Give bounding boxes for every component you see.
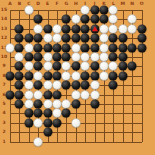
white-stone <box>109 62 118 71</box>
black-stone <box>90 6 99 15</box>
black-stone <box>118 71 127 80</box>
column-label: H <box>74 1 78 6</box>
white-stone <box>15 53 24 62</box>
black-stone <box>118 43 127 52</box>
black-stone <box>34 109 43 118</box>
row-label: 12 <box>1 36 7 41</box>
column-label: M <box>121 1 125 6</box>
black-stone <box>118 62 127 71</box>
black-stone <box>15 81 24 90</box>
white-stone <box>71 43 80 52</box>
black-stone <box>62 43 71 52</box>
black-stone <box>109 34 118 43</box>
black-stone <box>109 43 118 52</box>
black-stone <box>81 24 90 33</box>
black-stone <box>24 71 33 80</box>
black-stone <box>34 15 43 24</box>
white-stone <box>62 71 71 80</box>
white-stone <box>53 24 62 33</box>
black-stone <box>34 81 43 90</box>
black-stone <box>53 71 62 80</box>
black-stone <box>90 100 99 109</box>
white-stone <box>24 6 33 15</box>
black-stone <box>137 43 146 52</box>
black-stone <box>6 90 15 99</box>
black-stone <box>71 62 80 71</box>
black-stone <box>71 34 80 43</box>
black-stone <box>137 24 146 33</box>
column-label: B <box>18 1 21 6</box>
white-stone <box>24 100 33 109</box>
black-stone <box>71 100 80 109</box>
black-stone <box>62 109 71 118</box>
black-stone <box>109 71 118 80</box>
black-stone <box>137 34 146 43</box>
white-stone <box>100 34 109 43</box>
black-stone <box>90 15 99 24</box>
column-label: E <box>46 1 49 6</box>
white-stone <box>109 15 118 24</box>
black-stone <box>15 71 24 80</box>
black-stone <box>53 90 62 99</box>
white-stone <box>100 53 109 62</box>
white-stone <box>109 24 118 33</box>
white-stone <box>53 100 62 109</box>
white-stone <box>24 43 33 52</box>
black-stone <box>90 34 99 43</box>
white-stone <box>71 53 80 62</box>
black-stone <box>71 81 80 90</box>
black-stone <box>15 90 24 99</box>
last-move-triangle-marker <box>92 26 98 31</box>
black-stone <box>53 118 62 127</box>
black-stone <box>34 62 43 71</box>
white-stone <box>128 24 137 33</box>
white-stone <box>100 62 109 71</box>
black-stone <box>6 71 15 80</box>
black-stone <box>100 6 109 15</box>
white-stone <box>43 100 52 109</box>
white-stone <box>71 90 80 99</box>
white-stone <box>34 71 43 80</box>
white-stone <box>43 62 52 71</box>
white-stone <box>43 81 52 90</box>
grid-horizontal-line <box>10 142 142 143</box>
column-label: G <box>65 1 69 6</box>
black-stone <box>62 15 71 24</box>
white-stone <box>71 15 80 24</box>
black-stone <box>62 53 71 62</box>
black-stone <box>90 71 99 80</box>
white-stone <box>71 118 80 127</box>
black-stone <box>15 34 24 43</box>
white-stone <box>118 24 127 33</box>
white-stone <box>24 62 33 71</box>
column-label: N <box>130 1 134 6</box>
white-stone <box>6 43 15 52</box>
row-label: 3 <box>2 121 5 126</box>
black-stone <box>43 109 52 118</box>
black-stone <box>100 15 109 24</box>
white-stone <box>90 53 99 62</box>
black-stone <box>118 53 127 62</box>
grid-horizontal-line <box>10 132 142 133</box>
white-stone <box>81 6 90 15</box>
white-stone <box>34 137 43 146</box>
black-stone <box>53 62 62 71</box>
black-stone <box>62 81 71 90</box>
black-stone <box>71 24 80 33</box>
black-stone <box>109 53 118 62</box>
column-label: O <box>140 1 144 6</box>
black-stone <box>62 34 71 43</box>
black-stone <box>109 81 118 90</box>
black-stone <box>53 53 62 62</box>
black-stone <box>34 43 43 52</box>
row-label: 10 <box>1 55 7 60</box>
black-stone <box>24 34 33 43</box>
white-stone <box>71 71 80 80</box>
black-stone <box>81 15 90 24</box>
row-label: 15 <box>1 8 7 13</box>
black-stone <box>24 118 33 127</box>
black-stone <box>53 43 62 52</box>
column-label: D <box>36 1 40 6</box>
black-stone <box>34 100 43 109</box>
black-stone <box>128 62 137 71</box>
white-stone <box>62 100 71 109</box>
black-stone <box>62 24 71 33</box>
row-label: 4 <box>2 111 5 116</box>
row-label: 13 <box>1 27 7 32</box>
black-stone <box>43 118 52 127</box>
white-stone <box>128 15 137 24</box>
black-stone <box>81 71 90 80</box>
white-stone <box>34 90 43 99</box>
black-stone <box>43 128 52 137</box>
white-stone <box>90 90 99 99</box>
row-label: 5 <box>2 102 5 107</box>
black-stone <box>118 34 127 43</box>
black-stone <box>15 24 24 33</box>
black-stone <box>34 53 43 62</box>
white-stone <box>109 6 118 15</box>
black-stone <box>34 34 43 43</box>
white-stone <box>34 118 43 127</box>
white-stone <box>62 62 71 71</box>
black-stone <box>90 43 99 52</box>
white-stone <box>100 71 109 80</box>
black-stone <box>81 81 90 90</box>
row-label: 14 <box>1 17 7 22</box>
black-stone <box>43 71 52 80</box>
white-stone <box>100 43 109 52</box>
go-board[interactable]: A15B14C13D12E11F10G9H8I7J6K5L4M3N2O1 <box>0 0 155 155</box>
white-stone <box>53 34 62 43</box>
row-label: 2 <box>2 130 5 135</box>
black-stone <box>81 43 90 52</box>
row-label: 9 <box>2 64 5 69</box>
row-label: 1 <box>2 139 5 144</box>
white-stone <box>53 81 62 90</box>
white-stone <box>34 24 43 33</box>
black-stone <box>43 24 52 33</box>
go-board-screenshot: A15B14C13D12E11F10G9H8I7J6K5L4M3N2O1 <box>0 0 155 155</box>
white-stone <box>100 24 109 33</box>
black-stone <box>15 62 24 71</box>
black-stone <box>90 62 99 71</box>
black-stone <box>128 43 137 52</box>
white-stone <box>24 81 33 90</box>
white-stone <box>24 90 33 99</box>
white-stone <box>81 62 90 71</box>
black-stone <box>81 34 90 43</box>
black-stone <box>24 109 33 118</box>
white-stone <box>53 109 62 118</box>
black-stone <box>43 90 52 99</box>
white-stone <box>43 53 52 62</box>
black-stone <box>43 43 52 52</box>
white-stone <box>81 90 90 99</box>
white-stone <box>43 34 52 43</box>
black-stone <box>15 100 24 109</box>
black-stone <box>24 53 33 62</box>
white-stone <box>81 53 90 62</box>
black-stone <box>15 43 24 52</box>
column-label: A <box>8 1 11 6</box>
column-label: F <box>55 1 58 6</box>
white-stone <box>90 81 99 90</box>
row-label: 7 <box>2 83 5 88</box>
